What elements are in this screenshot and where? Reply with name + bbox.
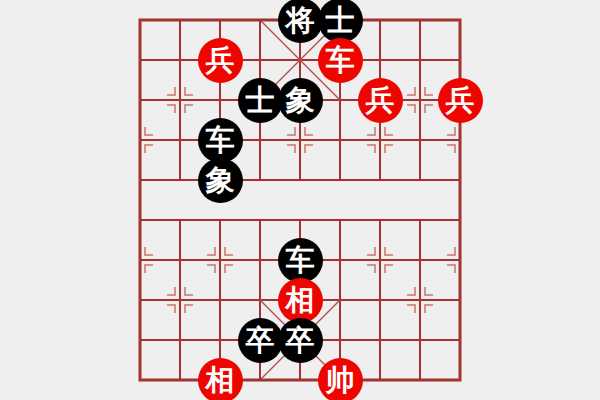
board-point-c6-r4[interactable] — [360, 160, 400, 200]
board-point-c6-r8[interactable] — [360, 320, 400, 360]
board-point-c2-r0[interactable] — [200, 0, 240, 40]
board-point-c6-r3[interactable] — [360, 120, 400, 160]
board-point-c1-r6[interactable] — [160, 240, 200, 280]
xiangqi-board-screen: 将士兵车士象兵兵车象车相卒卒相帅 — [0, 0, 600, 400]
board-point-c1-r1[interactable] — [160, 40, 200, 80]
board-point-c7-r5[interactable] — [400, 200, 440, 240]
board-point-c0-r8[interactable] — [120, 320, 160, 360]
board-point-c4-r0[interactable]: 将 — [280, 0, 320, 40]
board-point-c4-r9[interactable] — [280, 360, 320, 400]
board-point-c6-r0[interactable] — [360, 0, 400, 40]
board-point-c4-r5[interactable] — [280, 200, 320, 240]
board-point-c5-r3[interactable] — [320, 120, 360, 160]
board-point-c4-r6[interactable]: 车 — [280, 240, 320, 280]
board-point-c3-r3[interactable] — [240, 120, 280, 160]
board-point-c0-r7[interactable] — [120, 280, 160, 320]
board-point-c7-r4[interactable] — [400, 160, 440, 200]
board-point-c8-r1[interactable] — [440, 40, 480, 80]
red-elephant[interactable]: 相 — [198, 358, 243, 400]
board-point-c1-r5[interactable] — [160, 200, 200, 240]
board-point-c7-r0[interactable] — [400, 0, 440, 40]
board-point-c7-r2[interactable] — [400, 80, 440, 120]
board-point-c1-r7[interactable] — [160, 280, 200, 320]
board-point-c3-r1[interactable] — [240, 40, 280, 80]
board-point-c8-r0[interactable] — [440, 0, 480, 40]
board-point-c3-r6[interactable] — [240, 240, 280, 280]
board-point-c2-r7[interactable] — [200, 280, 240, 320]
board-point-c8-r6[interactable] — [440, 240, 480, 280]
board-point-c0-r2[interactable] — [120, 80, 160, 120]
board-point-c6-r9[interactable] — [360, 360, 400, 400]
board-point-c6-r5[interactable] — [360, 200, 400, 240]
black-advisor[interactable]: 士 — [318, 0, 363, 43]
board-point-c4-r3[interactable] — [280, 120, 320, 160]
board-point-c4-r2[interactable]: 象 — [280, 80, 320, 120]
board-point-c7-r9[interactable] — [400, 360, 440, 400]
board-point-c2-r3[interactable]: 车 — [200, 120, 240, 160]
board-point-c6-r2[interactable]: 兵 — [360, 80, 400, 120]
board-point-c0-r1[interactable] — [120, 40, 160, 80]
board-point-c3-r0[interactable] — [240, 0, 280, 40]
board-point-c4-r8[interactable]: 卒 — [280, 320, 320, 360]
board-point-c2-r8[interactable] — [200, 320, 240, 360]
red-soldier[interactable]: 兵 — [358, 78, 403, 123]
board-point-c5-r0[interactable]: 士 — [320, 0, 360, 40]
board-point-c5-r5[interactable] — [320, 200, 360, 240]
board-point-c8-r2[interactable]: 兵 — [440, 80, 480, 120]
black-elephant[interactable]: 象 — [198, 158, 243, 203]
board-point-c3-r7[interactable] — [240, 280, 280, 320]
board-point-c5-r9[interactable]: 帅 — [320, 360, 360, 400]
board-point-c5-r2[interactable] — [320, 80, 360, 120]
board-point-c8-r9[interactable] — [440, 360, 480, 400]
board-point-c5-r1[interactable]: 车 — [320, 40, 360, 80]
board-point-c2-r6[interactable] — [200, 240, 240, 280]
board-point-c1-r4[interactable] — [160, 160, 200, 200]
board-point-c3-r2[interactable]: 士 — [240, 80, 280, 120]
board-point-c8-r3[interactable] — [440, 120, 480, 160]
board-point-c5-r8[interactable] — [320, 320, 360, 360]
board-point-c0-r5[interactable] — [120, 200, 160, 240]
board-point-c4-r7[interactable]: 相 — [280, 280, 320, 320]
board-point-c4-r4[interactable] — [280, 160, 320, 200]
board-point-c1-r2[interactable] — [160, 80, 200, 120]
board-point-c2-r1[interactable]: 兵 — [200, 40, 240, 80]
board-point-c2-r4[interactable]: 象 — [200, 160, 240, 200]
board-point-c2-r2[interactable] — [200, 80, 240, 120]
board-point-c8-r4[interactable] — [440, 160, 480, 200]
black-elephant[interactable]: 象 — [278, 78, 323, 123]
board-point-c0-r4[interactable] — [120, 160, 160, 200]
board-point-c7-r7[interactable] — [400, 280, 440, 320]
board-point-c3-r9[interactable] — [240, 360, 280, 400]
board-point-c5-r6[interactable] — [320, 240, 360, 280]
board-point-c3-r8[interactable]: 卒 — [240, 320, 280, 360]
board-point-c7-r1[interactable] — [400, 40, 440, 80]
board-point-c8-r7[interactable] — [440, 280, 480, 320]
black-general[interactable]: 将 — [278, 0, 323, 43]
black-chariot[interactable]: 车 — [278, 238, 323, 283]
board-point-c3-r4[interactable] — [240, 160, 280, 200]
red-soldier[interactable]: 兵 — [198, 38, 243, 83]
board-point-c1-r0[interactable] — [160, 0, 200, 40]
board-point-c0-r3[interactable] — [120, 120, 160, 160]
red-general[interactable]: 帅 — [318, 358, 363, 400]
board-point-c3-r5[interactable] — [240, 200, 280, 240]
xiangqi-board: 将士兵车士象兵兵车象车相卒卒相帅 — [120, 0, 480, 400]
black-soldier[interactable]: 卒 — [278, 318, 323, 363]
black-chariot[interactable]: 车 — [198, 118, 243, 163]
board-point-c2-r5[interactable] — [200, 200, 240, 240]
board-point-c1-r3[interactable] — [160, 120, 200, 160]
board-point-c5-r4[interactable] — [320, 160, 360, 200]
black-advisor[interactable]: 士 — [238, 78, 283, 123]
board-point-c6-r7[interactable] — [360, 280, 400, 320]
board-point-c7-r3[interactable] — [400, 120, 440, 160]
board-point-c4-r1[interactable] — [280, 40, 320, 80]
board-point-c1-r8[interactable] — [160, 320, 200, 360]
board-point-c0-r6[interactable] — [120, 240, 160, 280]
board-point-c7-r8[interactable] — [400, 320, 440, 360]
red-chariot[interactable]: 车 — [318, 38, 363, 83]
red-elephant[interactable]: 相 — [278, 278, 323, 323]
board-point-c6-r1[interactable] — [360, 40, 400, 80]
board-point-c8-r8[interactable] — [440, 320, 480, 360]
black-soldier[interactable]: 卒 — [238, 318, 283, 363]
board-point-c1-r9[interactable] — [160, 360, 200, 400]
board-point-c7-r6[interactable] — [400, 240, 440, 280]
board-point-c0-r9[interactable] — [120, 360, 160, 400]
board-point-c8-r5[interactable] — [440, 200, 480, 240]
board-point-c5-r7[interactable] — [320, 280, 360, 320]
red-soldier[interactable]: 兵 — [438, 78, 483, 123]
board-point-c2-r9[interactable]: 相 — [200, 360, 240, 400]
board-point-c0-r0[interactable] — [120, 0, 160, 40]
board-point-c6-r6[interactable] — [360, 240, 400, 280]
